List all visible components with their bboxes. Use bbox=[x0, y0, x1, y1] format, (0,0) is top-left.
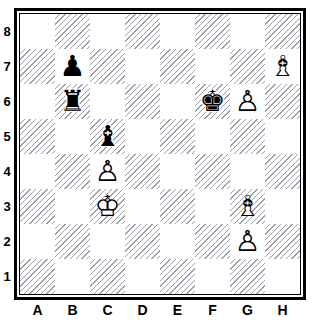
chess-board: ♟♝♗♜♚♟♙♝♟♙♚♔♝♗♟♙ bbox=[20, 14, 300, 294]
file-label-c: C bbox=[90, 302, 125, 318]
board-layout: 87654321 ♟♝♗♜♚♟♙♝♟♙♚♔♝♗♟♙ ABCDEFGH bbox=[0, 8, 314, 320]
square-c5[interactable]: ♝ bbox=[90, 119, 125, 154]
square-g2[interactable]: ♟♙ bbox=[230, 224, 265, 259]
file-label-b: B bbox=[55, 302, 90, 318]
square-a3[interactable] bbox=[20, 189, 55, 224]
piece-black-rook[interactable]: ♜ bbox=[55, 84, 90, 119]
square-c3[interactable]: ♚♔ bbox=[90, 189, 125, 224]
rank-label-4: 4 bbox=[0, 154, 14, 189]
square-h4[interactable] bbox=[265, 154, 300, 189]
rank-label-3: 3 bbox=[0, 189, 14, 224]
square-h7[interactable]: ♝♗ bbox=[265, 49, 300, 84]
square-d7[interactable] bbox=[125, 49, 160, 84]
square-f7[interactable] bbox=[195, 49, 230, 84]
rank-label-1: 1 bbox=[0, 259, 14, 294]
square-h1[interactable] bbox=[265, 259, 300, 294]
rank-label-7: 7 bbox=[0, 49, 14, 84]
square-g1[interactable] bbox=[230, 259, 265, 294]
square-f1[interactable] bbox=[195, 259, 230, 294]
file-label-g: G bbox=[230, 302, 265, 318]
piece-black-king[interactable]: ♚ bbox=[195, 84, 230, 119]
square-f4[interactable] bbox=[195, 154, 230, 189]
king-outline: ♔ bbox=[90, 189, 125, 224]
piece-black-pawn[interactable]: ♟ bbox=[55, 49, 90, 84]
square-b3[interactable] bbox=[55, 189, 90, 224]
rank-label-5: 5 bbox=[0, 119, 14, 154]
square-d8[interactable] bbox=[125, 14, 160, 49]
square-d3[interactable] bbox=[125, 189, 160, 224]
square-c4[interactable]: ♟♙ bbox=[90, 154, 125, 189]
pawn-outline: ♙ bbox=[230, 224, 265, 259]
piece-white-pawn[interactable]: ♟♙ bbox=[230, 224, 265, 259]
square-c6[interactable] bbox=[90, 84, 125, 119]
square-f8[interactable] bbox=[195, 14, 230, 49]
file-label-e: E bbox=[160, 302, 195, 318]
square-a5[interactable] bbox=[20, 119, 55, 154]
piece-white-bishop[interactable]: ♝♗ bbox=[265, 49, 300, 84]
square-b8[interactable] bbox=[55, 14, 90, 49]
pawn-outline: ♙ bbox=[230, 84, 265, 119]
square-e1[interactable] bbox=[160, 259, 195, 294]
square-e2[interactable] bbox=[160, 224, 195, 259]
pawn-outline: ♙ bbox=[90, 154, 125, 189]
square-d2[interactable] bbox=[125, 224, 160, 259]
square-e7[interactable] bbox=[160, 49, 195, 84]
square-h3[interactable] bbox=[265, 189, 300, 224]
square-g5[interactable] bbox=[230, 119, 265, 154]
square-a1[interactable] bbox=[20, 259, 55, 294]
square-g4[interactable] bbox=[230, 154, 265, 189]
square-d5[interactable] bbox=[125, 119, 160, 154]
square-b5[interactable] bbox=[55, 119, 90, 154]
file-label-a: A bbox=[20, 302, 55, 318]
square-e3[interactable] bbox=[160, 189, 195, 224]
piece-white-pawn[interactable]: ♟♙ bbox=[230, 84, 265, 119]
file-label-f: F bbox=[195, 302, 230, 318]
rank-label-8: 8 bbox=[0, 14, 14, 49]
square-a6[interactable] bbox=[20, 84, 55, 119]
square-b7[interactable]: ♟ bbox=[55, 49, 90, 84]
square-d4[interactable] bbox=[125, 154, 160, 189]
square-a2[interactable] bbox=[20, 224, 55, 259]
square-c2[interactable] bbox=[90, 224, 125, 259]
square-g8[interactable] bbox=[230, 14, 265, 49]
square-c8[interactable] bbox=[90, 14, 125, 49]
square-e5[interactable] bbox=[160, 119, 195, 154]
square-h5[interactable] bbox=[265, 119, 300, 154]
square-b1[interactable] bbox=[55, 259, 90, 294]
square-h2[interactable] bbox=[265, 224, 300, 259]
square-c1[interactable] bbox=[90, 259, 125, 294]
square-f2[interactable] bbox=[195, 224, 230, 259]
square-e6[interactable] bbox=[160, 84, 195, 119]
file-label-h: H bbox=[265, 302, 300, 318]
square-a4[interactable] bbox=[20, 154, 55, 189]
square-h8[interactable] bbox=[265, 14, 300, 49]
rank-labels: 87654321 bbox=[0, 8, 14, 300]
file-label-d: D bbox=[125, 302, 160, 318]
square-a7[interactable] bbox=[20, 49, 55, 84]
square-g3[interactable]: ♝♗ bbox=[230, 189, 265, 224]
square-e4[interactable] bbox=[160, 154, 195, 189]
square-b2[interactable] bbox=[55, 224, 90, 259]
chess-diagram: 87654321 ♟♝♗♜♚♟♙♝♟♙♚♔♝♗♟♙ ABCDEFGH bbox=[0, 0, 314, 320]
bishop-outline: ♗ bbox=[265, 49, 300, 84]
square-e8[interactable] bbox=[160, 14, 195, 49]
rank-label-6: 6 bbox=[0, 84, 14, 119]
square-g7[interactable] bbox=[230, 49, 265, 84]
square-f6[interactable]: ♚ bbox=[195, 84, 230, 119]
bishop-outline: ♗ bbox=[230, 189, 265, 224]
board-inner-border: ♟♝♗♜♚♟♙♝♟♙♚♔♝♗♟♙ bbox=[19, 13, 301, 295]
square-g6[interactable]: ♟♙ bbox=[230, 84, 265, 119]
square-b4[interactable] bbox=[55, 154, 90, 189]
square-f3[interactable] bbox=[195, 189, 230, 224]
file-labels: ABCDEFGH bbox=[14, 300, 306, 320]
square-a8[interactable] bbox=[20, 14, 55, 49]
square-d1[interactable] bbox=[125, 259, 160, 294]
square-f5[interactable] bbox=[195, 119, 230, 154]
corner-spacer bbox=[0, 300, 14, 320]
square-b6[interactable]: ♜ bbox=[55, 84, 90, 119]
piece-white-pawn[interactable]: ♟♙ bbox=[90, 154, 125, 189]
piece-black-bishop[interactable]: ♝ bbox=[90, 119, 125, 154]
piece-white-king[interactable]: ♚♔ bbox=[90, 189, 125, 224]
rank-label-2: 2 bbox=[0, 224, 14, 259]
square-c7[interactable] bbox=[90, 49, 125, 84]
square-h6[interactable] bbox=[265, 84, 300, 119]
square-d6[interactable] bbox=[125, 84, 160, 119]
board-frame: ♟♝♗♜♚♟♙♝♟♙♚♔♝♗♟♙ bbox=[14, 8, 306, 300]
piece-white-bishop[interactable]: ♝♗ bbox=[230, 189, 265, 224]
